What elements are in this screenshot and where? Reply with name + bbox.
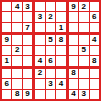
sudoku-cell-given[interactable]: 4 (69, 90, 78, 99)
sudoku-cell-empty[interactable] (79, 12, 88, 21)
sudoku-cell-empty[interactable] (12, 35, 21, 44)
sudoku-cell-given[interactable]: 3 (79, 90, 88, 99)
sudoku-cell-empty[interactable] (23, 46, 32, 55)
sudoku-cell-given[interactable]: 2 (46, 12, 55, 21)
sudoku-cell-given[interactable]: 4 (56, 79, 65, 88)
sudoku-cell-given[interactable]: 8 (56, 35, 65, 44)
sudoku-cell-empty[interactable] (12, 79, 21, 88)
sudoku-cell-empty[interactable] (56, 2, 65, 11)
sudoku-cell-given[interactable]: 7 (23, 23, 32, 32)
sudoku-cell-empty[interactable] (35, 35, 44, 44)
sudoku-cell-empty[interactable] (79, 23, 88, 32)
sudoku-cell-empty[interactable] (2, 90, 11, 99)
sudoku-cell-empty[interactable] (90, 2, 99, 11)
sudoku-cell-empty[interactable] (23, 12, 32, 21)
sudoku-cell-given[interactable]: 4 (35, 56, 44, 65)
sudoku-cell-empty[interactable] (23, 69, 32, 78)
sudoku-box: 921 (2, 35, 32, 65)
sudoku-cell-empty[interactable] (2, 12, 11, 21)
sudoku-cell-empty[interactable] (56, 69, 65, 78)
sudoku-cell-empty[interactable] (35, 90, 44, 99)
sudoku-cell-empty[interactable] (56, 56, 65, 65)
sudoku-cell-given[interactable]: 6 (90, 12, 99, 21)
sudoku-box: 234 (35, 69, 65, 99)
sudoku-cell-empty[interactable] (79, 69, 88, 78)
sudoku-cell-given[interactable]: 8 (90, 56, 99, 65)
sudoku-cell-given[interactable]: 1 (2, 56, 11, 65)
sudoku-cell-given[interactable]: 6 (2, 79, 11, 88)
sudoku-cell-empty[interactable] (2, 46, 11, 55)
sudoku-cell-empty[interactable] (35, 46, 44, 55)
sudoku-cell-empty[interactable] (35, 79, 44, 88)
sudoku-cell-empty[interactable] (46, 2, 55, 11)
sudoku-cell-given[interactable]: 5 (79, 46, 88, 55)
sudoku-cell-given[interactable]: 4 (90, 35, 99, 44)
sudoku-box: 843 (69, 69, 99, 99)
sudoku-cell-empty[interactable] (23, 35, 32, 44)
sudoku-cell-empty[interactable] (69, 46, 78, 55)
sudoku-cell-given[interactable]: 8 (12, 90, 21, 99)
sudoku-cell-given[interactable]: 3 (23, 2, 32, 11)
sudoku-cell-empty[interactable] (46, 69, 55, 78)
sudoku-cell-given[interactable]: 8 (69, 69, 78, 78)
sudoku-cell-given[interactable]: 2 (35, 69, 44, 78)
sudoku-cell-empty[interactable] (79, 79, 88, 88)
sudoku-cell-empty[interactable] (2, 69, 11, 78)
sudoku-cell-empty[interactable] (69, 23, 78, 32)
sudoku-cell-empty[interactable] (12, 23, 21, 32)
sudoku-cell-empty[interactable] (90, 23, 99, 32)
sudoku-cell-given[interactable]: 3 (35, 12, 44, 21)
sudoku-cell-given[interactable]: 9 (23, 90, 32, 99)
sudoku-cell-empty[interactable] (90, 46, 99, 55)
sudoku-cell-empty[interactable] (79, 35, 88, 44)
sudoku-cell-empty[interactable] (23, 79, 32, 88)
sudoku-box: 458 (69, 35, 99, 65)
sudoku-cell-given[interactable]: 1 (56, 23, 65, 32)
sudoku-cell-empty[interactable] (56, 12, 65, 21)
sudoku-box: 5846 (35, 35, 65, 65)
sudoku-cell-given[interactable]: 3 (46, 79, 55, 88)
sudoku-cell-empty[interactable] (23, 56, 32, 65)
sudoku-box: 321 (35, 2, 65, 32)
sudoku-cell-empty[interactable] (56, 46, 65, 55)
sudoku-cell-given[interactable]: 4 (12, 2, 21, 11)
sudoku-box: 926 (69, 2, 99, 32)
sudoku-board: 4373219269215846458689234843 (0, 0, 101, 101)
sudoku-cell-empty[interactable] (56, 90, 65, 99)
sudoku-box: 437 (2, 2, 32, 32)
sudoku-cell-empty[interactable] (46, 23, 55, 32)
sudoku-cell-given[interactable]: 5 (46, 35, 55, 44)
sudoku-cell-empty[interactable] (2, 2, 11, 11)
sudoku-cell-empty[interactable] (79, 56, 88, 65)
sudoku-cell-empty[interactable] (69, 79, 78, 88)
sudoku-cell-empty[interactable] (35, 23, 44, 32)
sudoku-cell-empty[interactable] (46, 90, 55, 99)
sudoku-cell-empty[interactable] (90, 90, 99, 99)
sudoku-cell-empty[interactable] (12, 69, 21, 78)
sudoku-cell-given[interactable]: 9 (2, 35, 11, 44)
sudoku-cell-given[interactable]: 2 (12, 46, 21, 55)
sudoku-cell-empty[interactable] (90, 79, 99, 88)
sudoku-cell-given[interactable]: 2 (79, 2, 88, 11)
sudoku-cell-given[interactable]: 9 (69, 2, 78, 11)
sudoku-box: 689 (2, 69, 32, 99)
sudoku-cell-given[interactable]: 6 (46, 56, 55, 65)
sudoku-cell-empty[interactable] (12, 12, 21, 21)
sudoku-cell-empty[interactable] (69, 12, 78, 21)
sudoku-cell-empty[interactable] (46, 46, 55, 55)
sudoku-cell-empty[interactable] (2, 23, 11, 32)
sudoku-cell-empty[interactable] (90, 69, 99, 78)
sudoku-cell-empty[interactable] (35, 2, 44, 11)
sudoku-cell-empty[interactable] (69, 35, 78, 44)
sudoku-cell-empty[interactable] (69, 56, 78, 65)
sudoku-cell-empty[interactable] (12, 56, 21, 65)
